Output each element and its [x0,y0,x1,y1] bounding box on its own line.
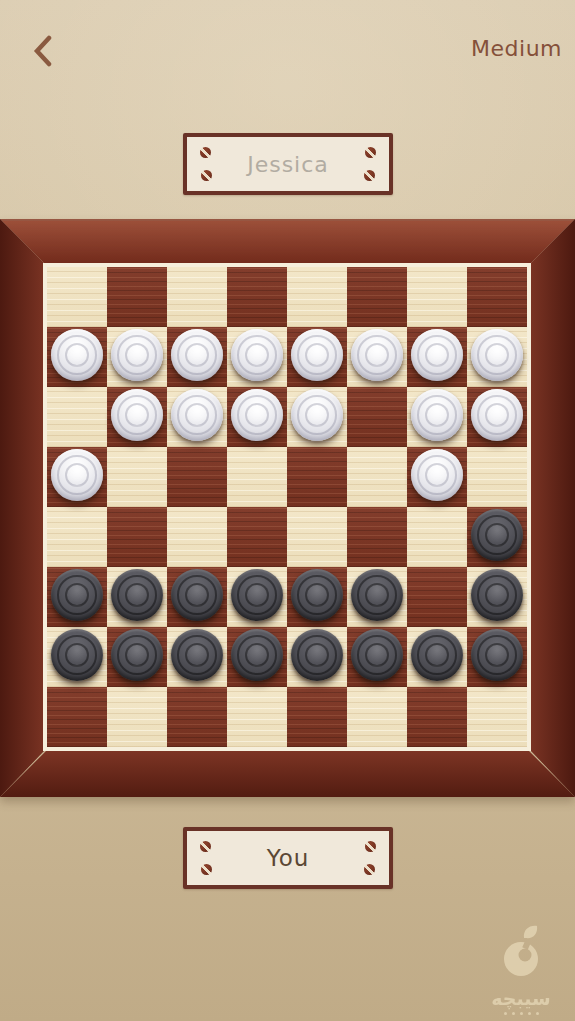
watermark: سیبچه [471,925,571,1015]
square-r2c8[interactable] [467,327,527,387]
black-piece[interactable] [231,569,283,621]
square-r1c5[interactable] [287,267,347,327]
square-r5c8[interactable] [467,507,527,567]
square-r1c7[interactable] [407,267,467,327]
black-piece[interactable] [171,629,223,681]
white-piece[interactable] [291,389,343,441]
checkers-board [0,219,575,797]
wordmark-dots [504,1012,539,1015]
square-r5c3[interactable] [167,507,227,567]
square-r3c1[interactable] [47,387,107,447]
square-r2c4[interactable] [227,327,287,387]
screw-icon [200,147,211,158]
square-r1c6[interactable] [347,267,407,327]
white-piece[interactable] [411,329,463,381]
back-button[interactable] [26,32,60,72]
square-r5c1[interactable] [47,507,107,567]
square-r1c2[interactable] [107,267,167,327]
square-r2c1[interactable] [47,327,107,387]
game-screen: Medium Jessica You [0,0,575,1021]
square-r7c4[interactable] [227,627,287,687]
difficulty-label: Medium [471,36,562,61]
black-piece[interactable] [51,569,103,621]
square-r8c7[interactable] [407,687,467,747]
black-piece[interactable] [291,569,343,621]
square-r5c4[interactable] [227,507,287,567]
square-r5c6[interactable] [347,507,407,567]
square-r2c5[interactable] [287,327,347,387]
white-piece[interactable] [171,389,223,441]
square-r7c2[interactable] [107,627,167,687]
square-r6c3[interactable] [167,567,227,627]
square-r8c1[interactable] [47,687,107,747]
square-r6c4[interactable] [227,567,287,627]
square-r8c5[interactable] [287,687,347,747]
black-piece[interactable] [51,629,103,681]
square-r3c5[interactable] [287,387,347,447]
top-bar: Medium [0,0,575,90]
square-r3c4[interactable] [227,387,287,447]
sibche-apple-logo-icon [497,925,545,985]
square-r4c7[interactable] [407,447,467,507]
square-r1c8[interactable] [467,267,527,327]
square-r1c4[interactable] [227,267,287,327]
black-piece[interactable] [291,629,343,681]
white-piece[interactable] [291,329,343,381]
white-piece[interactable] [471,389,523,441]
opponent-name: Jessica [247,152,329,177]
square-r5c7[interactable] [407,507,467,567]
board-frame-right [531,219,575,797]
white-piece[interactable] [231,389,283,441]
square-r8c3[interactable] [167,687,227,747]
square-r5c2[interactable] [107,507,167,567]
square-r1c1[interactable] [47,267,107,327]
screw-icon [200,841,211,852]
square-r3c6[interactable] [347,387,407,447]
square-r6c2[interactable] [107,567,167,627]
square-r5c5[interactable] [287,507,347,567]
square-r8c4[interactable] [227,687,287,747]
board-play-area [43,263,531,751]
square-r8c2[interactable] [107,687,167,747]
black-piece[interactable] [471,509,523,561]
screw-icon [365,841,376,852]
white-piece[interactable] [111,329,163,381]
square-r6c7[interactable] [407,567,467,627]
square-r3c7[interactable] [407,387,467,447]
white-piece[interactable] [231,329,283,381]
square-r1c3[interactable] [167,267,227,327]
square-r7c7[interactable] [407,627,467,687]
screw-icon [365,147,376,158]
square-r2c6[interactable] [347,327,407,387]
square-r7c5[interactable] [287,627,347,687]
white-piece[interactable] [51,329,103,381]
square-r2c3[interactable] [167,327,227,387]
white-piece[interactable] [411,389,463,441]
black-piece[interactable] [351,629,403,681]
watermark-brand-text: سیبچه [491,987,550,1009]
square-r6c1[interactable] [47,567,107,627]
square-r6c5[interactable] [287,567,347,627]
square-r4c1[interactable] [47,447,107,507]
board-frame-bottom [0,751,575,797]
square-r6c6[interactable] [347,567,407,627]
square-r4c2[interactable] [107,447,167,507]
white-piece[interactable] [351,329,403,381]
square-r4c5[interactable] [287,447,347,507]
square-r2c2[interactable] [107,327,167,387]
chevron-left-icon [33,55,53,70]
black-piece[interactable] [471,629,523,681]
square-r4c8[interactable] [467,447,527,507]
black-piece[interactable] [111,629,163,681]
board-frame-left [0,219,44,797]
board-frame-top [0,219,575,263]
screw-icon [364,170,375,181]
square-r7c1[interactable] [47,627,107,687]
square-r4c4[interactable] [227,447,287,507]
player-nameplate: You [183,827,393,889]
player-name: You [267,845,310,871]
square-r3c8[interactable] [467,387,527,447]
square-r7c8[interactable] [467,627,527,687]
opponent-nameplate: Jessica [183,133,393,195]
screw-icon [364,864,375,875]
square-r8c6[interactable] [347,687,407,747]
black-piece[interactable] [471,569,523,621]
square-r4c3[interactable] [167,447,227,507]
square-r2c7[interactable] [407,327,467,387]
black-piece[interactable] [111,569,163,621]
board-grid [47,267,527,747]
black-piece[interactable] [231,629,283,681]
square-r8c8[interactable] [467,687,527,747]
white-piece[interactable] [411,449,463,501]
square-r4c6[interactable] [347,447,407,507]
square-r6c8[interactable] [467,567,527,627]
white-piece[interactable] [111,389,163,441]
white-piece[interactable] [51,449,103,501]
white-piece[interactable] [471,329,523,381]
square-r3c3[interactable] [167,387,227,447]
screw-icon [201,864,212,875]
black-piece[interactable] [351,569,403,621]
black-piece[interactable] [171,569,223,621]
square-r3c2[interactable] [107,387,167,447]
screw-icon [201,170,212,181]
square-r7c6[interactable] [347,627,407,687]
white-piece[interactable] [171,329,223,381]
square-r7c3[interactable] [167,627,227,687]
black-piece[interactable] [411,629,463,681]
